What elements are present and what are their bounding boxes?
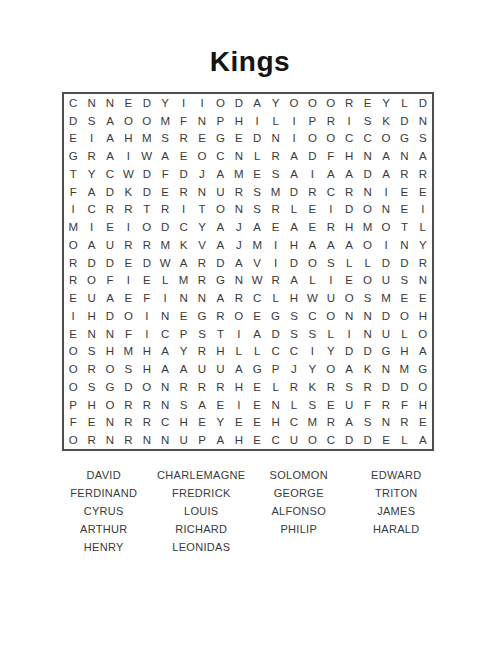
grid-cell-r14-c10[interactable]: I — [230, 325, 248, 343]
grid-cell-r7-c5[interactable]: T — [138, 201, 156, 219]
grid-cell-r12-c16[interactable]: O — [340, 289, 358, 307]
grid-cell-r4-c15[interactable]: F — [322, 147, 340, 165]
grid-cell-r9-c20[interactable]: Y — [414, 236, 432, 254]
grid-cell-r13-c13[interactable]: S — [285, 307, 303, 325]
grid-cell-r17-c10[interactable]: H — [230, 378, 248, 396]
grid-cell-r17-c1[interactable]: O — [64, 378, 82, 396]
grid-cell-r16-c5[interactable]: H — [138, 360, 156, 378]
grid-cell-r5-c4[interactable]: W — [119, 165, 137, 183]
grid-cell-r7-c1[interactable]: I — [64, 201, 82, 219]
grid-cell-r9-c13[interactable]: H — [285, 236, 303, 254]
grid-cell-r15-c19[interactable]: H — [395, 343, 413, 361]
grid-cell-r18-c19[interactable]: F — [395, 396, 413, 414]
grid-cell-r16-c8[interactable]: U — [193, 360, 211, 378]
grid-cell-r2-c10[interactable]: H — [230, 112, 248, 130]
grid-cell-r1-c3[interactable]: N — [101, 94, 119, 112]
grid-cell-r1-c20[interactable]: D — [414, 94, 432, 112]
grid-cell-r6-c16[interactable]: R — [340, 183, 358, 201]
grid-cell-r20-c3[interactable]: N — [101, 431, 119, 449]
grid-cell-r13-c8[interactable]: G — [193, 307, 211, 325]
grid-cell-r18-c4[interactable]: R — [119, 396, 137, 414]
grid-cell-r8-c4[interactable]: I — [119, 218, 137, 236]
grid-cell-r14-c17[interactable]: N — [358, 325, 376, 343]
grid-cell-r3-c10[interactable]: E — [230, 130, 248, 148]
grid-cell-r18-c13[interactable]: L — [285, 396, 303, 414]
grid-cell-r19-c7[interactable]: H — [174, 414, 192, 432]
grid-cell-r10-c20[interactable]: R — [414, 254, 432, 272]
grid-cell-r1-c19[interactable]: L — [395, 94, 413, 112]
grid-cell-r12-c2[interactable]: U — [82, 289, 100, 307]
grid-cell-r7-c2[interactable]: C — [82, 201, 100, 219]
grid-cell-r5-c18[interactable]: A — [377, 165, 395, 183]
grid-cell-r18-c3[interactable]: O — [101, 396, 119, 414]
grid-cell-r10-c17[interactable]: L — [358, 254, 376, 272]
grid-cell-r7-c18[interactable]: N — [377, 201, 395, 219]
grid-cell-r6-c10[interactable]: R — [230, 183, 248, 201]
grid-cell-r8-c14[interactable]: E — [303, 218, 321, 236]
grid-cell-r8-c6[interactable]: D — [156, 218, 174, 236]
grid-cell-r3-c16[interactable]: C — [340, 130, 358, 148]
grid-cell-r5-c8[interactable]: J — [193, 165, 211, 183]
grid-cell-r4-c9[interactable]: C — [211, 147, 229, 165]
grid-cell-r16-c11[interactable]: G — [248, 360, 266, 378]
grid-cell-r4-c13[interactable]: A — [285, 147, 303, 165]
grid-cell-r6-c1[interactable]: F — [64, 183, 82, 201]
grid-cell-r13-c1[interactable]: I — [64, 307, 82, 325]
grid-cell-r6-c15[interactable]: C — [322, 183, 340, 201]
grid-cell-r5-c19[interactable]: R — [395, 165, 413, 183]
grid-cell-r4-c2[interactable]: R — [82, 147, 100, 165]
grid-cell-r5-c10[interactable]: M — [230, 165, 248, 183]
grid-cell-r17-c15[interactable]: R — [322, 378, 340, 396]
grid-cell-r2-c18[interactable]: K — [377, 112, 395, 130]
grid-cell-r14-c6[interactable]: C — [156, 325, 174, 343]
grid-cell-r2-c14[interactable]: P — [303, 112, 321, 130]
grid-cell-r5-c16[interactable]: A — [340, 165, 358, 183]
grid-cell-r7-c6[interactable]: R — [156, 201, 174, 219]
grid-cell-r9-c19[interactable]: N — [395, 236, 413, 254]
grid-cell-r11-c13[interactable]: A — [285, 272, 303, 290]
grid-cell-r15-c11[interactable]: L — [248, 343, 266, 361]
grid-cell-r10-c5[interactable]: D — [138, 254, 156, 272]
grid-cell-r7-c20[interactable]: I — [414, 201, 432, 219]
grid-cell-r14-c19[interactable]: L — [395, 325, 413, 343]
grid-cell-r5-c2[interactable]: Y — [82, 165, 100, 183]
grid-cell-r1-c2[interactable]: N — [82, 94, 100, 112]
grid-cell-r9-c3[interactable]: U — [101, 236, 119, 254]
grid-cell-r12-c15[interactable]: U — [322, 289, 340, 307]
grid-cell-r10-c18[interactable]: D — [377, 254, 395, 272]
grid-cell-r13-c16[interactable]: N — [340, 307, 358, 325]
grid-cell-r12-c10[interactable]: R — [230, 289, 248, 307]
grid-cell-r19-c10[interactable]: E — [230, 414, 248, 432]
grid-cell-r10-c8[interactable]: R — [193, 254, 211, 272]
grid-cell-r8-c8[interactable]: Y — [193, 218, 211, 236]
grid-cell-r16-c9[interactable]: U — [211, 360, 229, 378]
grid-cell-r17-c3[interactable]: G — [101, 378, 119, 396]
grid-cell-r4-c4[interactable]: I — [119, 147, 137, 165]
grid-cell-r13-c10[interactable]: O — [230, 307, 248, 325]
grid-cell-r19-c9[interactable]: Y — [211, 414, 229, 432]
grid-cell-r16-c1[interactable]: O — [64, 360, 82, 378]
grid-cell-r15-c17[interactable]: D — [358, 343, 376, 361]
grid-cell-r16-c13[interactable]: J — [285, 360, 303, 378]
grid-cell-r15-c7[interactable]: Y — [174, 343, 192, 361]
grid-cell-r14-c16[interactable]: I — [340, 325, 358, 343]
grid-cell-r20-c9[interactable]: A — [211, 431, 229, 449]
grid-cell-r3-c6[interactable]: S — [156, 130, 174, 148]
grid-cell-r19-c18[interactable]: N — [377, 414, 395, 432]
grid-cell-r7-c8[interactable]: T — [193, 201, 211, 219]
grid-cell-r19-c4[interactable]: R — [119, 414, 137, 432]
grid-cell-r8-c3[interactable]: E — [101, 218, 119, 236]
grid-cell-r6-c14[interactable]: R — [303, 183, 321, 201]
grid-cell-r4-c14[interactable]: D — [303, 147, 321, 165]
grid-cell-r14-c15[interactable]: L — [322, 325, 340, 343]
grid-cell-r3-c7[interactable]: R — [174, 130, 192, 148]
grid-cell-r5-c20[interactable]: R — [414, 165, 432, 183]
grid-cell-r4-c12[interactable]: R — [266, 147, 284, 165]
grid-cell-r6-c4[interactable]: K — [119, 183, 137, 201]
grid-cell-r9-c5[interactable]: R — [138, 236, 156, 254]
grid-cell-r15-c14[interactable]: I — [303, 343, 321, 361]
grid-cell-r20-c14[interactable]: O — [303, 431, 321, 449]
grid-cell-r18-c15[interactable]: E — [322, 396, 340, 414]
grid-cell-r20-c10[interactable]: H — [230, 431, 248, 449]
grid-cell-r19-c2[interactable]: E — [82, 414, 100, 432]
grid-cell-r9-c11[interactable]: M — [248, 236, 266, 254]
grid-cell-r3-c19[interactable]: G — [395, 130, 413, 148]
grid-cell-r15-c3[interactable]: H — [101, 343, 119, 361]
grid-cell-r1-c12[interactable]: Y — [266, 94, 284, 112]
grid-cell-r12-c4[interactable]: E — [119, 289, 137, 307]
grid-cell-r18-c20[interactable]: H — [414, 396, 432, 414]
grid-cell-r19-c1[interactable]: F — [64, 414, 82, 432]
grid-cell-r11-c14[interactable]: L — [303, 272, 321, 290]
grid-cell-r2-c5[interactable]: O — [138, 112, 156, 130]
grid-cell-r18-c7[interactable]: S — [174, 396, 192, 414]
grid-cell-r9-c15[interactable]: A — [322, 236, 340, 254]
grid-cell-r3-c15[interactable]: O — [322, 130, 340, 148]
grid-cell-r7-c11[interactable]: S — [248, 201, 266, 219]
grid-cell-r15-c13[interactable]: C — [285, 343, 303, 361]
grid-cell-r11-c10[interactable]: N — [230, 272, 248, 290]
grid-cell-r15-c4[interactable]: M — [119, 343, 137, 361]
grid-cell-r19-c6[interactable]: C — [156, 414, 174, 432]
grid-cell-r2-c1[interactable]: D — [64, 112, 82, 130]
grid-cell-r3-c4[interactable]: H — [119, 130, 137, 148]
grid-cell-r19-c5[interactable]: R — [138, 414, 156, 432]
grid-cell-r4-c1[interactable]: G — [64, 147, 82, 165]
grid-cell-r13-c3[interactable]: D — [101, 307, 119, 325]
grid-cell-r15-c10[interactable]: L — [230, 343, 248, 361]
grid-cell-r12-c6[interactable]: I — [156, 289, 174, 307]
grid-cell-r12-c11[interactable]: C — [248, 289, 266, 307]
grid-cell-r9-c16[interactable]: A — [340, 236, 358, 254]
grid-cell-r16-c16[interactable]: A — [340, 360, 358, 378]
grid-cell-r15-c20[interactable]: A — [414, 343, 432, 361]
grid-cell-r20-c17[interactable]: D — [358, 431, 376, 449]
grid-cell-r10-c6[interactable]: W — [156, 254, 174, 272]
grid-cell-r7-c13[interactable]: L — [285, 201, 303, 219]
grid-cell-r1-c11[interactable]: A — [248, 94, 266, 112]
grid-cell-r4-c19[interactable]: N — [395, 147, 413, 165]
grid-cell-r17-c16[interactable]: S — [340, 378, 358, 396]
grid-cell-r15-c2[interactable]: S — [82, 343, 100, 361]
grid-cell-r20-c20[interactable]: A — [414, 431, 432, 449]
grid-cell-r10-c15[interactable]: S — [322, 254, 340, 272]
grid-cell-r14-c18[interactable]: U — [377, 325, 395, 343]
grid-cell-r6-c18[interactable]: I — [377, 183, 395, 201]
grid-cell-r10-c9[interactable]: D — [211, 254, 229, 272]
grid-cell-r11-c11[interactable]: W — [248, 272, 266, 290]
grid-cell-r3-c1[interactable]: E — [64, 130, 82, 148]
grid-cell-r7-c3[interactable]: R — [101, 201, 119, 219]
grid-cell-r5-c13[interactable]: A — [285, 165, 303, 183]
grid-cell-r1-c6[interactable]: Y — [156, 94, 174, 112]
grid-cell-r9-c4[interactable]: R — [119, 236, 137, 254]
grid-cell-r11-c1[interactable]: R — [64, 272, 82, 290]
grid-cell-r11-c15[interactable]: I — [322, 272, 340, 290]
grid-cell-r9-c18[interactable]: I — [377, 236, 395, 254]
grid-cell-r6-c13[interactable]: D — [285, 183, 303, 201]
grid-cell-r7-c14[interactable]: E — [303, 201, 321, 219]
grid-cell-r14-c20[interactable]: O — [414, 325, 432, 343]
grid-cell-r11-c6[interactable]: L — [156, 272, 174, 290]
grid-cell-r18-c9[interactable]: E — [211, 396, 229, 414]
grid-cell-r1-c17[interactable]: E — [358, 94, 376, 112]
grid-cell-r13-c7[interactable]: E — [174, 307, 192, 325]
grid-cell-r17-c8[interactable]: R — [193, 378, 211, 396]
grid-cell-r8-c5[interactable]: O — [138, 218, 156, 236]
grid-cell-r6-c8[interactable]: N — [193, 183, 211, 201]
grid-cell-r20-c2[interactable]: R — [82, 431, 100, 449]
grid-cell-r4-c18[interactable]: A — [377, 147, 395, 165]
grid-cell-r2-c7[interactable]: F — [174, 112, 192, 130]
grid-cell-r11-c12[interactable]: R — [266, 272, 284, 290]
grid-cell-r1-c1[interactable]: C — [64, 94, 82, 112]
grid-cell-r5-c7[interactable]: D — [174, 165, 192, 183]
grid-cell-r14-c2[interactable]: N — [82, 325, 100, 343]
grid-cell-r20-c1[interactable]: O — [64, 431, 82, 449]
grid-cell-r9-c17[interactable]: O — [358, 236, 376, 254]
grid-cell-r13-c12[interactable]: G — [266, 307, 284, 325]
grid-cell-r8-c1[interactable]: M — [64, 218, 82, 236]
grid-cell-r6-c2[interactable]: A — [82, 183, 100, 201]
grid-cell-r19-c15[interactable]: R — [322, 414, 340, 432]
grid-cell-r17-c6[interactable]: N — [156, 378, 174, 396]
grid-cell-r7-c19[interactable]: E — [395, 201, 413, 219]
grid-cell-r3-c17[interactable]: C — [358, 130, 376, 148]
grid-cell-r11-c20[interactable]: N — [414, 272, 432, 290]
grid-cell-r20-c11[interactable]: E — [248, 431, 266, 449]
grid-cell-r18-c12[interactable]: N — [266, 396, 284, 414]
grid-cell-r3-c9[interactable]: G — [211, 130, 229, 148]
grid-cell-r2-c15[interactable]: R — [322, 112, 340, 130]
grid-cell-r19-c14[interactable]: M — [303, 414, 321, 432]
grid-cell-r20-c16[interactable]: D — [340, 431, 358, 449]
grid-cell-r20-c19[interactable]: L — [395, 431, 413, 449]
grid-cell-r17-c2[interactable]: S — [82, 378, 100, 396]
grid-cell-r10-c14[interactable]: O — [303, 254, 321, 272]
grid-cell-r14-c1[interactable]: E — [64, 325, 82, 343]
grid-cell-r15-c5[interactable]: H — [138, 343, 156, 361]
grid-cell-r15-c1[interactable]: O — [64, 343, 82, 361]
grid-cell-r8-c17[interactable]: M — [358, 218, 376, 236]
grid-cell-r19-c11[interactable]: E — [248, 414, 266, 432]
grid-cell-r17-c5[interactable]: O — [138, 378, 156, 396]
grid-cell-r15-c8[interactable]: R — [193, 343, 211, 361]
grid-cell-r13-c17[interactable]: N — [358, 307, 376, 325]
grid-cell-r7-c17[interactable]: O — [358, 201, 376, 219]
grid-cell-r2-c2[interactable]: S — [82, 112, 100, 130]
grid-cell-r18-c18[interactable]: R — [377, 396, 395, 414]
grid-cell-r12-c17[interactable]: S — [358, 289, 376, 307]
grid-cell-r11-c5[interactable]: E — [138, 272, 156, 290]
grid-cell-r13-c19[interactable]: O — [395, 307, 413, 325]
grid-cell-r7-c7[interactable]: I — [174, 201, 192, 219]
grid-cell-r13-c15[interactable]: O — [322, 307, 340, 325]
grid-cell-r6-c5[interactable]: D — [138, 183, 156, 201]
grid-cell-r5-c9[interactable]: A — [211, 165, 229, 183]
grid-cell-r19-c20[interactable]: E — [414, 414, 432, 432]
grid-cell-r10-c1[interactable]: R — [64, 254, 82, 272]
grid-cell-r19-c8[interactable]: E — [193, 414, 211, 432]
grid-cell-r2-c16[interactable]: I — [340, 112, 358, 130]
grid-cell-r16-c18[interactable]: N — [377, 360, 395, 378]
grid-cell-r4-c6[interactable]: A — [156, 147, 174, 165]
grid-cell-r8-c15[interactable]: R — [322, 218, 340, 236]
grid-cell-r3-c5[interactable]: M — [138, 130, 156, 148]
grid-cell-r10-c12[interactable]: I — [266, 254, 284, 272]
grid-cell-r1-c13[interactable]: O — [285, 94, 303, 112]
grid-cell-r9-c12[interactable]: I — [266, 236, 284, 254]
grid-cell-r12-c14[interactable]: W — [303, 289, 321, 307]
grid-cell-r3-c3[interactable]: A — [101, 130, 119, 148]
grid-cell-r5-c11[interactable]: E — [248, 165, 266, 183]
grid-cell-r2-c9[interactable]: P — [211, 112, 229, 130]
grid-cell-r15-c16[interactable]: D — [340, 343, 358, 361]
grid-cell-r2-c13[interactable]: I — [285, 112, 303, 130]
grid-cell-r9-c9[interactable]: A — [211, 236, 229, 254]
grid-cell-r7-c15[interactable]: I — [322, 201, 340, 219]
grid-cell-r10-c4[interactable]: E — [119, 254, 137, 272]
grid-cell-r4-c10[interactable]: N — [230, 147, 248, 165]
grid-cell-r1-c14[interactable]: O — [303, 94, 321, 112]
grid-cell-r10-c13[interactable]: D — [285, 254, 303, 272]
grid-cell-r10-c7[interactable]: A — [174, 254, 192, 272]
grid-cell-r4-c16[interactable]: H — [340, 147, 358, 165]
grid-cell-r4-c5[interactable]: W — [138, 147, 156, 165]
grid-cell-r3-c20[interactable]: S — [414, 130, 432, 148]
grid-cell-r3-c2[interactable]: I — [82, 130, 100, 148]
grid-cell-r16-c19[interactable]: M — [395, 360, 413, 378]
grid-cell-r14-c13[interactable]: S — [285, 325, 303, 343]
grid-cell-r19-c12[interactable]: H — [266, 414, 284, 432]
grid-cell-r16-c3[interactable]: O — [101, 360, 119, 378]
grid-cell-r14-c4[interactable]: F — [119, 325, 137, 343]
grid-cell-r8-c2[interactable]: I — [82, 218, 100, 236]
grid-cell-r11-c7[interactable]: M — [174, 272, 192, 290]
grid-cell-r18-c6[interactable]: N — [156, 396, 174, 414]
grid-cell-r13-c14[interactable]: C — [303, 307, 321, 325]
grid-cell-r11-c2[interactable]: O — [82, 272, 100, 290]
grid-cell-r12-c9[interactable]: A — [211, 289, 229, 307]
grid-cell-r3-c13[interactable]: I — [285, 130, 303, 148]
grid-cell-r1-c4[interactable]: E — [119, 94, 137, 112]
grid-cell-r12-c1[interactable]: E — [64, 289, 82, 307]
grid-cell-r20-c15[interactable]: C — [322, 431, 340, 449]
grid-cell-r20-c12[interactable]: C — [266, 431, 284, 449]
grid-cell-r16-c2[interactable]: R — [82, 360, 100, 378]
grid-cell-r13-c4[interactable]: O — [119, 307, 137, 325]
grid-cell-r7-c9[interactable]: O — [211, 201, 229, 219]
grid-cell-r14-c11[interactable]: A — [248, 325, 266, 343]
grid-cell-r20-c13[interactable]: U — [285, 431, 303, 449]
grid-cell-r15-c9[interactable]: H — [211, 343, 229, 361]
grid-cell-r18-c2[interactable]: H — [82, 396, 100, 414]
grid-cell-r8-c13[interactable]: A — [285, 218, 303, 236]
grid-cell-r7-c16[interactable]: D — [340, 201, 358, 219]
grid-cell-r5-c15[interactable]: A — [322, 165, 340, 183]
grid-cell-r10-c11[interactable]: V — [248, 254, 266, 272]
grid-cell-r13-c18[interactable]: D — [377, 307, 395, 325]
grid-cell-r15-c12[interactable]: C — [266, 343, 284, 361]
grid-cell-r16-c12[interactable]: P — [266, 360, 284, 378]
grid-cell-r15-c6[interactable]: A — [156, 343, 174, 361]
grid-cell-r13-c9[interactable]: R — [211, 307, 229, 325]
grid-cell-r19-c13[interactable]: C — [285, 414, 303, 432]
grid-cell-r19-c16[interactable]: A — [340, 414, 358, 432]
grid-cell-r1-c5[interactable]: D — [138, 94, 156, 112]
grid-cell-r12-c3[interactable]: A — [101, 289, 119, 307]
grid-cell-r6-c7[interactable]: R — [174, 183, 192, 201]
grid-cell-r12-c13[interactable]: H — [285, 289, 303, 307]
grid-cell-r13-c11[interactable]: E — [248, 307, 266, 325]
grid-cell-r6-c3[interactable]: D — [101, 183, 119, 201]
grid-cell-r17-c17[interactable]: R — [358, 378, 376, 396]
grid-cell-r10-c2[interactable]: D — [82, 254, 100, 272]
grid-cell-r1-c16[interactable]: R — [340, 94, 358, 112]
grid-cell-r18-c1[interactable]: P — [64, 396, 82, 414]
grid-cell-r5-c17[interactable]: D — [358, 165, 376, 183]
grid-cell-r9-c8[interactable]: V — [193, 236, 211, 254]
grid-cell-r3-c18[interactable]: O — [377, 130, 395, 148]
grid-cell-r2-c12[interactable]: L — [266, 112, 284, 130]
grid-cell-r14-c5[interactable]: I — [138, 325, 156, 343]
grid-cell-r18-c14[interactable]: S — [303, 396, 321, 414]
grid-cell-r13-c5[interactable]: I — [138, 307, 156, 325]
grid-cell-r17-c14[interactable]: K — [303, 378, 321, 396]
grid-cell-r19-c3[interactable]: N — [101, 414, 119, 432]
grid-cell-r16-c4[interactable]: S — [119, 360, 137, 378]
grid-cell-r14-c14[interactable]: S — [303, 325, 321, 343]
grid-cell-r19-c17[interactable]: S — [358, 414, 376, 432]
grid-cell-r1-c18[interactable]: Y — [377, 94, 395, 112]
grid-cell-r6-c19[interactable]: E — [395, 183, 413, 201]
grid-cell-r8-c7[interactable]: C — [174, 218, 192, 236]
grid-cell-r18-c10[interactable]: I — [230, 396, 248, 414]
grid-cell-r9-c6[interactable]: M — [156, 236, 174, 254]
grid-cell-r18-c17[interactable]: F — [358, 396, 376, 414]
grid-cell-r5-c3[interactable]: C — [101, 165, 119, 183]
grid-cell-r16-c6[interactable]: A — [156, 360, 174, 378]
grid-cell-r6-c12[interactable]: M — [266, 183, 284, 201]
grid-cell-r11-c9[interactable]: G — [211, 272, 229, 290]
grid-cell-r4-c7[interactable]: E — [174, 147, 192, 165]
grid-cell-r3-c14[interactable]: O — [303, 130, 321, 148]
grid-cell-r17-c12[interactable]: L — [266, 378, 284, 396]
